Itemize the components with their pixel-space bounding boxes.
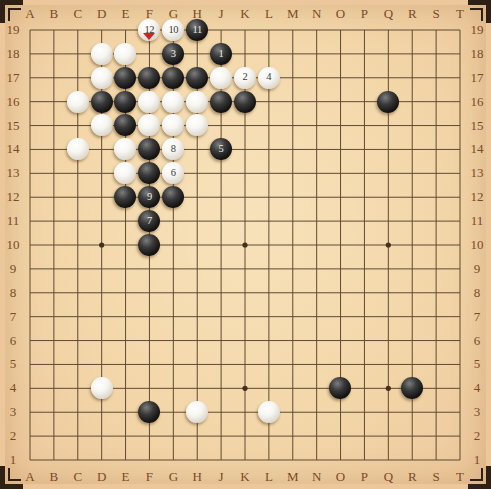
intersection-B4[interactable] bbox=[42, 376, 66, 400]
intersection-A2[interactable] bbox=[18, 424, 42, 448]
intersection-E6[interactable] bbox=[114, 328, 138, 352]
intersection-S7[interactable] bbox=[424, 305, 448, 329]
intersection-A6[interactable] bbox=[18, 328, 42, 352]
intersection-R16[interactable] bbox=[400, 90, 424, 114]
intersection-S2[interactable] bbox=[424, 424, 448, 448]
intersection-N17[interactable] bbox=[305, 66, 329, 90]
intersection-Q16[interactable] bbox=[376, 90, 400, 114]
intersection-Q11[interactable] bbox=[376, 209, 400, 233]
intersection-H11[interactable] bbox=[185, 209, 209, 233]
intersection-C9[interactable] bbox=[66, 257, 90, 281]
intersection-H9[interactable] bbox=[185, 257, 209, 281]
intersection-B1[interactable] bbox=[42, 448, 66, 472]
intersection-C13[interactable] bbox=[66, 161, 90, 185]
intersection-Q1[interactable] bbox=[376, 448, 400, 472]
intersection-L17[interactable]: 4 bbox=[257, 66, 281, 90]
intersection-S15[interactable] bbox=[424, 114, 448, 138]
intersection-B17[interactable] bbox=[42, 66, 66, 90]
intersection-Q18[interactable] bbox=[376, 42, 400, 66]
intersection-J19[interactable] bbox=[209, 18, 233, 42]
intersection-N7[interactable] bbox=[305, 305, 329, 329]
intersection-B15[interactable] bbox=[42, 114, 66, 138]
intersection-N5[interactable] bbox=[305, 352, 329, 376]
intersection-R3[interactable] bbox=[400, 400, 424, 424]
intersection-R7[interactable] bbox=[400, 305, 424, 329]
intersection-T12[interactable] bbox=[448, 185, 472, 209]
intersection-E16[interactable] bbox=[114, 90, 138, 114]
intersection-J18[interactable]: 1 bbox=[209, 42, 233, 66]
intersection-O18[interactable] bbox=[328, 42, 352, 66]
intersection-H7[interactable] bbox=[185, 305, 209, 329]
intersection-T13[interactable] bbox=[448, 161, 472, 185]
intersection-H5[interactable] bbox=[185, 352, 209, 376]
intersection-C11[interactable] bbox=[66, 209, 90, 233]
intersection-T5[interactable] bbox=[448, 352, 472, 376]
intersection-B14[interactable] bbox=[42, 137, 66, 161]
intersection-R8[interactable] bbox=[400, 281, 424, 305]
intersection-N10[interactable] bbox=[305, 233, 329, 257]
intersection-P16[interactable] bbox=[352, 90, 376, 114]
intersection-G8[interactable] bbox=[161, 281, 185, 305]
intersection-O12[interactable] bbox=[328, 185, 352, 209]
intersection-S1[interactable] bbox=[424, 448, 448, 472]
intersection-E15[interactable] bbox=[114, 114, 138, 138]
intersection-N12[interactable] bbox=[305, 185, 329, 209]
intersection-T18[interactable] bbox=[448, 42, 472, 66]
intersection-P2[interactable] bbox=[352, 424, 376, 448]
intersection-K13[interactable] bbox=[233, 161, 257, 185]
intersection-H3[interactable] bbox=[185, 400, 209, 424]
intersection-T9[interactable] bbox=[448, 257, 472, 281]
intersection-O6[interactable] bbox=[328, 328, 352, 352]
intersection-A11[interactable] bbox=[18, 209, 42, 233]
intersection-B2[interactable] bbox=[42, 424, 66, 448]
intersection-C19[interactable] bbox=[66, 18, 90, 42]
intersection-N6[interactable] bbox=[305, 328, 329, 352]
intersection-C4[interactable] bbox=[66, 376, 90, 400]
intersection-E8[interactable] bbox=[114, 281, 138, 305]
intersection-F14[interactable] bbox=[137, 137, 161, 161]
intersection-T6[interactable] bbox=[448, 328, 472, 352]
intersection-S18[interactable] bbox=[424, 42, 448, 66]
intersection-M13[interactable] bbox=[281, 161, 305, 185]
intersection-F10[interactable] bbox=[137, 233, 161, 257]
intersection-R9[interactable] bbox=[400, 257, 424, 281]
intersection-S13[interactable] bbox=[424, 161, 448, 185]
intersection-C14[interactable] bbox=[66, 137, 90, 161]
intersection-H13[interactable] bbox=[185, 161, 209, 185]
intersection-J16[interactable] bbox=[209, 90, 233, 114]
intersection-K19[interactable] bbox=[233, 18, 257, 42]
intersection-N1[interactable] bbox=[305, 448, 329, 472]
intersection-L3[interactable] bbox=[257, 400, 281, 424]
intersection-G19[interactable]: 10 bbox=[161, 18, 185, 42]
intersection-O7[interactable] bbox=[328, 305, 352, 329]
intersection-E9[interactable] bbox=[114, 257, 138, 281]
intersection-M1[interactable] bbox=[281, 448, 305, 472]
intersection-J2[interactable] bbox=[209, 424, 233, 448]
intersection-A18[interactable] bbox=[18, 42, 42, 66]
intersection-C10[interactable] bbox=[66, 233, 90, 257]
intersection-R18[interactable] bbox=[400, 42, 424, 66]
intersection-J11[interactable] bbox=[209, 209, 233, 233]
intersection-F3[interactable] bbox=[137, 400, 161, 424]
intersection-L12[interactable] bbox=[257, 185, 281, 209]
intersection-O11[interactable] bbox=[328, 209, 352, 233]
intersection-S16[interactable] bbox=[424, 90, 448, 114]
intersection-O17[interactable] bbox=[328, 66, 352, 90]
intersection-C7[interactable] bbox=[66, 305, 90, 329]
intersection-H17[interactable] bbox=[185, 66, 209, 90]
intersection-S12[interactable] bbox=[424, 185, 448, 209]
intersection-H14[interactable] bbox=[185, 137, 209, 161]
intersection-N13[interactable] bbox=[305, 161, 329, 185]
intersection-F12[interactable]: 9 bbox=[137, 185, 161, 209]
intersection-E17[interactable] bbox=[114, 66, 138, 90]
intersection-J8[interactable] bbox=[209, 281, 233, 305]
intersection-D2[interactable] bbox=[90, 424, 114, 448]
intersection-O19[interactable] bbox=[328, 18, 352, 42]
intersection-F9[interactable] bbox=[137, 257, 161, 281]
intersection-H10[interactable] bbox=[185, 233, 209, 257]
intersection-O13[interactable] bbox=[328, 161, 352, 185]
intersection-F2[interactable] bbox=[137, 424, 161, 448]
intersection-B11[interactable] bbox=[42, 209, 66, 233]
intersection-D4[interactable] bbox=[90, 376, 114, 400]
intersection-M11[interactable] bbox=[281, 209, 305, 233]
intersection-A8[interactable] bbox=[18, 281, 42, 305]
intersection-E10[interactable] bbox=[114, 233, 138, 257]
intersection-R15[interactable] bbox=[400, 114, 424, 138]
intersection-T15[interactable] bbox=[448, 114, 472, 138]
intersection-J12[interactable] bbox=[209, 185, 233, 209]
intersection-F5[interactable] bbox=[137, 352, 161, 376]
intersection-S14[interactable] bbox=[424, 137, 448, 161]
intersection-L6[interactable] bbox=[257, 328, 281, 352]
intersection-D1[interactable] bbox=[90, 448, 114, 472]
intersection-J1[interactable] bbox=[209, 448, 233, 472]
intersection-S9[interactable] bbox=[424, 257, 448, 281]
intersection-P19[interactable] bbox=[352, 18, 376, 42]
intersection-F18[interactable] bbox=[137, 42, 161, 66]
intersection-K5[interactable] bbox=[233, 352, 257, 376]
intersection-T2[interactable] bbox=[448, 424, 472, 448]
intersection-C2[interactable] bbox=[66, 424, 90, 448]
intersection-B13[interactable] bbox=[42, 161, 66, 185]
intersection-R5[interactable] bbox=[400, 352, 424, 376]
intersection-N14[interactable] bbox=[305, 137, 329, 161]
intersection-B19[interactable] bbox=[42, 18, 66, 42]
intersection-G2[interactable] bbox=[161, 424, 185, 448]
intersection-C3[interactable] bbox=[66, 400, 90, 424]
intersection-R17[interactable] bbox=[400, 66, 424, 90]
intersection-M5[interactable] bbox=[281, 352, 305, 376]
intersection-G18[interactable]: 3 bbox=[161, 42, 185, 66]
intersection-J7[interactable] bbox=[209, 305, 233, 329]
intersection-K14[interactable] bbox=[233, 137, 257, 161]
intersection-G11[interactable] bbox=[161, 209, 185, 233]
intersection-H16[interactable] bbox=[185, 90, 209, 114]
intersection-T7[interactable] bbox=[448, 305, 472, 329]
intersection-M2[interactable] bbox=[281, 424, 305, 448]
intersection-L4[interactable] bbox=[257, 376, 281, 400]
intersection-G14[interactable]: 8 bbox=[161, 137, 185, 161]
intersection-C16[interactable] bbox=[66, 90, 90, 114]
intersection-B3[interactable] bbox=[42, 400, 66, 424]
intersection-C17[interactable] bbox=[66, 66, 90, 90]
intersection-P18[interactable] bbox=[352, 42, 376, 66]
intersection-G17[interactable] bbox=[161, 66, 185, 90]
intersection-L19[interactable] bbox=[257, 18, 281, 42]
intersection-T3[interactable] bbox=[448, 400, 472, 424]
intersection-K6[interactable] bbox=[233, 328, 257, 352]
intersection-K18[interactable] bbox=[233, 42, 257, 66]
intersection-K7[interactable] bbox=[233, 305, 257, 329]
intersection-A4[interactable] bbox=[18, 376, 42, 400]
intersection-G13[interactable]: 6 bbox=[161, 161, 185, 185]
intersection-Q6[interactable] bbox=[376, 328, 400, 352]
intersection-M15[interactable] bbox=[281, 114, 305, 138]
intersection-K3[interactable] bbox=[233, 400, 257, 424]
intersection-A14[interactable] bbox=[18, 137, 42, 161]
intersection-C8[interactable] bbox=[66, 281, 90, 305]
intersection-N3[interactable] bbox=[305, 400, 329, 424]
intersection-E4[interactable] bbox=[114, 376, 138, 400]
intersection-P14[interactable] bbox=[352, 137, 376, 161]
intersection-K12[interactable] bbox=[233, 185, 257, 209]
intersection-S17[interactable] bbox=[424, 66, 448, 90]
intersection-N8[interactable] bbox=[305, 281, 329, 305]
intersection-G1[interactable] bbox=[161, 448, 185, 472]
intersection-P4[interactable] bbox=[352, 376, 376, 400]
intersection-M12[interactable] bbox=[281, 185, 305, 209]
intersection-K17[interactable]: 2 bbox=[233, 66, 257, 90]
intersection-C12[interactable] bbox=[66, 185, 90, 209]
intersection-P3[interactable] bbox=[352, 400, 376, 424]
intersection-D17[interactable] bbox=[90, 66, 114, 90]
intersection-F6[interactable] bbox=[137, 328, 161, 352]
intersection-Q14[interactable] bbox=[376, 137, 400, 161]
intersection-D10[interactable] bbox=[90, 233, 114, 257]
intersection-F4[interactable] bbox=[137, 376, 161, 400]
intersection-H19[interactable]: 11 bbox=[185, 18, 209, 42]
intersection-G10[interactable] bbox=[161, 233, 185, 257]
intersection-E18[interactable] bbox=[114, 42, 138, 66]
intersection-H6[interactable] bbox=[185, 328, 209, 352]
intersection-R4[interactable] bbox=[400, 376, 424, 400]
intersection-L10[interactable] bbox=[257, 233, 281, 257]
intersection-L2[interactable] bbox=[257, 424, 281, 448]
intersection-A17[interactable] bbox=[18, 66, 42, 90]
intersection-J15[interactable] bbox=[209, 114, 233, 138]
intersection-F15[interactable] bbox=[137, 114, 161, 138]
intersection-H18[interactable] bbox=[185, 42, 209, 66]
intersection-S3[interactable] bbox=[424, 400, 448, 424]
intersection-T4[interactable] bbox=[448, 376, 472, 400]
intersection-E19[interactable] bbox=[114, 18, 138, 42]
intersection-N19[interactable] bbox=[305, 18, 329, 42]
intersection-T10[interactable] bbox=[448, 233, 472, 257]
intersection-P17[interactable] bbox=[352, 66, 376, 90]
intersection-N2[interactable] bbox=[305, 424, 329, 448]
intersection-K2[interactable] bbox=[233, 424, 257, 448]
intersection-L16[interactable] bbox=[257, 90, 281, 114]
intersection-R13[interactable] bbox=[400, 161, 424, 185]
intersection-G12[interactable] bbox=[161, 185, 185, 209]
intersection-D12[interactable] bbox=[90, 185, 114, 209]
intersection-O5[interactable] bbox=[328, 352, 352, 376]
intersection-L14[interactable] bbox=[257, 137, 281, 161]
intersection-L1[interactable] bbox=[257, 448, 281, 472]
intersection-B7[interactable] bbox=[42, 305, 66, 329]
intersection-L15[interactable] bbox=[257, 114, 281, 138]
intersection-E1[interactable] bbox=[114, 448, 138, 472]
intersection-N4[interactable] bbox=[305, 376, 329, 400]
intersection-D9[interactable] bbox=[90, 257, 114, 281]
intersection-M19[interactable] bbox=[281, 18, 305, 42]
intersection-N16[interactable] bbox=[305, 90, 329, 114]
intersection-D8[interactable] bbox=[90, 281, 114, 305]
intersection-H1[interactable] bbox=[185, 448, 209, 472]
intersection-D14[interactable] bbox=[90, 137, 114, 161]
intersection-A5[interactable] bbox=[18, 352, 42, 376]
intersection-M16[interactable] bbox=[281, 90, 305, 114]
intersection-D15[interactable] bbox=[90, 114, 114, 138]
intersection-M8[interactable] bbox=[281, 281, 305, 305]
intersection-N9[interactable] bbox=[305, 257, 329, 281]
intersection-Q15[interactable] bbox=[376, 114, 400, 138]
intersection-B16[interactable] bbox=[42, 90, 66, 114]
intersection-F13[interactable] bbox=[137, 161, 161, 185]
intersection-E12[interactable] bbox=[114, 185, 138, 209]
intersection-J10[interactable] bbox=[209, 233, 233, 257]
intersection-K4[interactable] bbox=[233, 376, 257, 400]
intersection-M7[interactable] bbox=[281, 305, 305, 329]
intersection-O8[interactable] bbox=[328, 281, 352, 305]
intersection-H15[interactable] bbox=[185, 114, 209, 138]
intersection-B5[interactable] bbox=[42, 352, 66, 376]
intersection-O3[interactable] bbox=[328, 400, 352, 424]
intersection-E3[interactable] bbox=[114, 400, 138, 424]
intersection-A16[interactable] bbox=[18, 90, 42, 114]
intersection-O14[interactable] bbox=[328, 137, 352, 161]
intersection-P12[interactable] bbox=[352, 185, 376, 209]
intersection-D3[interactable] bbox=[90, 400, 114, 424]
intersection-E7[interactable] bbox=[114, 305, 138, 329]
intersection-S10[interactable] bbox=[424, 233, 448, 257]
intersection-O10[interactable] bbox=[328, 233, 352, 257]
intersection-A7[interactable] bbox=[18, 305, 42, 329]
intersection-Q4[interactable] bbox=[376, 376, 400, 400]
intersection-F1[interactable] bbox=[137, 448, 161, 472]
intersection-L7[interactable] bbox=[257, 305, 281, 329]
intersection-H12[interactable] bbox=[185, 185, 209, 209]
intersection-P9[interactable] bbox=[352, 257, 376, 281]
intersection-T17[interactable] bbox=[448, 66, 472, 90]
intersection-G5[interactable] bbox=[161, 352, 185, 376]
intersection-A3[interactable] bbox=[18, 400, 42, 424]
intersection-L11[interactable] bbox=[257, 209, 281, 233]
intersection-E14[interactable] bbox=[114, 137, 138, 161]
intersection-R12[interactable] bbox=[400, 185, 424, 209]
intersection-Q13[interactable] bbox=[376, 161, 400, 185]
intersection-D5[interactable] bbox=[90, 352, 114, 376]
intersection-S11[interactable] bbox=[424, 209, 448, 233]
intersection-Q9[interactable] bbox=[376, 257, 400, 281]
intersection-C18[interactable] bbox=[66, 42, 90, 66]
intersection-B6[interactable] bbox=[42, 328, 66, 352]
intersection-A10[interactable] bbox=[18, 233, 42, 257]
intersection-D6[interactable] bbox=[90, 328, 114, 352]
intersection-Q12[interactable] bbox=[376, 185, 400, 209]
intersection-C6[interactable] bbox=[66, 328, 90, 352]
intersection-B8[interactable] bbox=[42, 281, 66, 305]
intersection-G9[interactable] bbox=[161, 257, 185, 281]
intersection-S6[interactable] bbox=[424, 328, 448, 352]
intersection-G3[interactable] bbox=[161, 400, 185, 424]
intersection-K10[interactable] bbox=[233, 233, 257, 257]
intersection-E2[interactable] bbox=[114, 424, 138, 448]
intersection-K15[interactable] bbox=[233, 114, 257, 138]
intersection-B18[interactable] bbox=[42, 42, 66, 66]
intersection-H2[interactable] bbox=[185, 424, 209, 448]
intersection-O4[interactable] bbox=[328, 376, 352, 400]
intersection-L9[interactable] bbox=[257, 257, 281, 281]
intersection-M9[interactable] bbox=[281, 257, 305, 281]
intersection-K8[interactable] bbox=[233, 281, 257, 305]
intersection-A15[interactable] bbox=[18, 114, 42, 138]
intersection-M14[interactable] bbox=[281, 137, 305, 161]
intersection-F19[interactable]: 12 bbox=[137, 18, 161, 42]
intersection-O2[interactable] bbox=[328, 424, 352, 448]
intersection-Q5[interactable] bbox=[376, 352, 400, 376]
intersection-Q19[interactable] bbox=[376, 18, 400, 42]
intersection-F17[interactable] bbox=[137, 66, 161, 90]
intersection-K11[interactable] bbox=[233, 209, 257, 233]
intersection-S4[interactable] bbox=[424, 376, 448, 400]
intersection-B10[interactable] bbox=[42, 233, 66, 257]
intersection-R11[interactable] bbox=[400, 209, 424, 233]
intersection-P8[interactable] bbox=[352, 281, 376, 305]
intersection-H4[interactable] bbox=[185, 376, 209, 400]
intersection-H8[interactable] bbox=[185, 281, 209, 305]
intersection-A9[interactable] bbox=[18, 257, 42, 281]
intersection-D19[interactable] bbox=[90, 18, 114, 42]
intersection-P5[interactable] bbox=[352, 352, 376, 376]
intersection-P10[interactable] bbox=[352, 233, 376, 257]
intersection-F8[interactable] bbox=[137, 281, 161, 305]
intersection-F7[interactable] bbox=[137, 305, 161, 329]
intersection-K16[interactable] bbox=[233, 90, 257, 114]
intersection-M18[interactable] bbox=[281, 42, 305, 66]
intersection-P7[interactable] bbox=[352, 305, 376, 329]
intersection-G4[interactable] bbox=[161, 376, 185, 400]
intersection-C15[interactable] bbox=[66, 114, 90, 138]
intersection-Q2[interactable] bbox=[376, 424, 400, 448]
intersection-S19[interactable] bbox=[424, 18, 448, 42]
intersection-M17[interactable] bbox=[281, 66, 305, 90]
intersection-O9[interactable] bbox=[328, 257, 352, 281]
intersection-J3[interactable] bbox=[209, 400, 233, 424]
intersection-B12[interactable] bbox=[42, 185, 66, 209]
intersection-P13[interactable] bbox=[352, 161, 376, 185]
intersection-D13[interactable] bbox=[90, 161, 114, 185]
intersection-D16[interactable] bbox=[90, 90, 114, 114]
intersection-T11[interactable] bbox=[448, 209, 472, 233]
intersection-C5[interactable] bbox=[66, 352, 90, 376]
intersection-L18[interactable] bbox=[257, 42, 281, 66]
intersection-Q3[interactable] bbox=[376, 400, 400, 424]
